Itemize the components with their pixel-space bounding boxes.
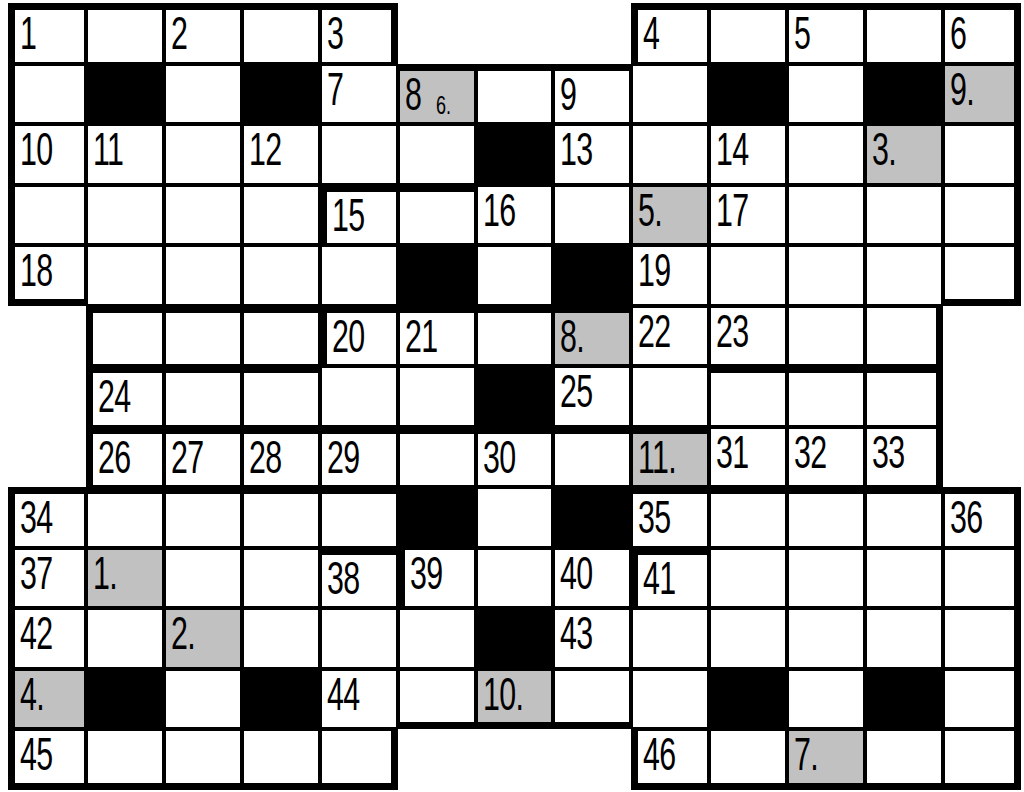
cell-r6c11[interactable]: [787, 306, 865, 367]
cell-r3c9[interactable]: [631, 124, 709, 185]
clue-number: 13: [560, 126, 592, 172]
cell-r9c4[interactable]: [242, 487, 320, 548]
cell-r13c3[interactable]: [164, 729, 242, 790]
cell-r6c8[interactable]: 8.: [553, 306, 631, 367]
cell-r4c2[interactable]: [86, 185, 164, 246]
cell-r9c1[interactable]: 34: [8, 487, 86, 548]
cell-r4c5[interactable]: 15: [320, 185, 398, 246]
cell-r2c8[interactable]: 9: [553, 64, 631, 125]
cell-r13c12[interactable]: [865, 729, 943, 790]
cell-r4c11[interactable]: [787, 185, 865, 246]
clue-number: 12: [249, 126, 281, 172]
cell-r6c10[interactable]: 23: [709, 306, 787, 367]
cell-r13c7: [476, 729, 554, 790]
cell-r11c10[interactable]: [709, 608, 787, 669]
cell-r10c7[interactable]: [476, 548, 554, 609]
cell-r1c3[interactable]: 2: [164, 3, 242, 64]
cell-r1c2[interactable]: [86, 3, 164, 64]
cell-r3c1[interactable]: 10: [8, 124, 86, 185]
cell-r13c8: [553, 729, 631, 790]
cell-r11c4[interactable]: [242, 608, 320, 669]
cell-r11c6[interactable]: [398, 608, 476, 669]
cell-r8c3[interactable]: 27: [164, 427, 242, 488]
cell-r5c13[interactable]: [943, 245, 1021, 306]
cell-r7c8[interactable]: 25: [553, 366, 631, 427]
cell-r6c9[interactable]: 22: [631, 306, 709, 367]
cell-r6c2[interactable]: [86, 306, 164, 367]
cell-r5c3[interactable]: [164, 245, 242, 306]
cell-r9c2[interactable]: [86, 487, 164, 548]
cell-r9c13[interactable]: 36: [943, 487, 1021, 548]
clue-number: 32: [794, 429, 826, 475]
clue-number: 34: [20, 494, 52, 540]
cell-r13c5[interactable]: [320, 729, 398, 790]
cell-r11c5[interactable]: [320, 608, 398, 669]
solution-cell-label: 2.: [171, 610, 195, 656]
cell-r4c12[interactable]: [865, 185, 943, 246]
clue-number: 45: [20, 731, 52, 777]
cell-r13c13[interactable]: [943, 729, 1021, 790]
cell-r4c9[interactable]: 5.: [631, 185, 709, 246]
cell-r7c11[interactable]: [787, 366, 865, 427]
cell-r1c5[interactable]: 3: [320, 3, 398, 64]
cell-r8c10[interactable]: 31: [709, 427, 787, 488]
cell-r3c12[interactable]: 3.: [865, 124, 943, 185]
cell-r1c1[interactable]: 1: [8, 3, 86, 64]
cell-r7c2[interactable]: 24: [86, 366, 164, 427]
cell-r2c7[interactable]: [476, 64, 554, 125]
clue-number: 7: [327, 66, 343, 112]
cell-r10c2[interactable]: 1.: [86, 548, 164, 609]
clue-number: 2: [171, 10, 187, 56]
cell-r2c13[interactable]: 9.: [943, 64, 1021, 125]
clue-number: 17: [716, 187, 748, 233]
cell-r2c2: [86, 64, 164, 125]
cell-r2c10: [709, 64, 787, 125]
cell-r7c5[interactable]: [320, 366, 398, 427]
cell-r2c1[interactable]: [8, 64, 86, 125]
cell-r9c5[interactable]: [320, 487, 398, 548]
cell-r3c6[interactable]: [398, 124, 476, 185]
cell-r12c8[interactable]: [553, 669, 631, 730]
cell-r9c8: [553, 487, 631, 548]
cell-r5c10[interactable]: [709, 245, 787, 306]
cell-r10c13[interactable]: [943, 548, 1021, 609]
clue-number: 23: [716, 308, 748, 354]
cell-r13c6: [398, 729, 476, 790]
cell-r11c2[interactable]: [86, 608, 164, 669]
cell-r3c11[interactable]: [787, 124, 865, 185]
cell-r10c9[interactable]: 41: [631, 548, 709, 609]
cell-r13c11[interactable]: 7.: [787, 729, 865, 790]
clue-number: 22: [638, 308, 670, 354]
cell-r3c10[interactable]: 14: [709, 124, 787, 185]
solution-cell-label: 5.: [638, 187, 662, 233]
cell-r6c1: [8, 306, 86, 367]
clue-number: 5: [794, 10, 810, 56]
cell-r3c13[interactable]: [943, 124, 1021, 185]
cell-r12c5[interactable]: 44: [320, 669, 398, 730]
clue-number: 8: [405, 71, 421, 117]
cell-r6c4[interactable]: [242, 306, 320, 367]
cell-r8c5[interactable]: 29: [320, 427, 398, 488]
clue-number: 33: [872, 429, 904, 475]
cell-r2c3[interactable]: [164, 64, 242, 125]
cell-r10c5[interactable]: 38: [320, 548, 398, 609]
cell-r12c12: [865, 669, 943, 730]
cell-r9c9[interactable]: 35: [631, 487, 709, 548]
solution-cell-label: 8.: [560, 313, 584, 359]
clue-number: 10: [20, 126, 52, 172]
cell-r7c9[interactable]: [631, 366, 709, 427]
cell-r8c8[interactable]: [553, 427, 631, 488]
clue-number: 4: [643, 10, 659, 56]
cell-r4c4[interactable]: [242, 185, 320, 246]
solution-cell-label: 11.: [638, 434, 676, 480]
clue-number: 9: [560, 71, 576, 117]
clue-number: 40: [560, 550, 592, 596]
cell-r5c5[interactable]: [320, 245, 398, 306]
cell-r3c7: [476, 124, 554, 185]
cell-r3c4[interactable]: 12: [242, 124, 320, 185]
cell-r5c11[interactable]: [787, 245, 865, 306]
cell-r13c2[interactable]: [86, 729, 164, 790]
cell-r7c10[interactable]: [709, 366, 787, 427]
cell-r3c8[interactable]: 13: [553, 124, 631, 185]
cell-r12c10: [709, 669, 787, 730]
cell-r6c13: [943, 306, 1021, 367]
cell-r6c5[interactable]: 20: [320, 306, 398, 367]
cell-r11c8[interactable]: 43: [553, 608, 631, 669]
clue-number: 19: [638, 247, 670, 293]
cell-r7c13: [943, 366, 1021, 427]
cell-r8c2[interactable]: 26: [86, 427, 164, 488]
clue-number: 26: [98, 434, 130, 480]
clue-number: 6: [950, 10, 966, 56]
cell-r10c6[interactable]: 39: [398, 548, 476, 609]
clue-number: 43: [560, 610, 592, 656]
cell-r9c7[interactable]: [476, 487, 554, 548]
cell-r9c6: [398, 487, 476, 548]
cell-r4c1[interactable]: [8, 185, 86, 246]
clue-number: 31: [716, 429, 748, 475]
cell-r4c8[interactable]: [553, 185, 631, 246]
cell-r5c12[interactable]: [865, 245, 943, 306]
cell-r5c6: [398, 245, 476, 306]
cell-r8c4[interactable]: 28: [242, 427, 320, 488]
cell-r13c10[interactable]: [709, 729, 787, 790]
clue-number: 3: [327, 10, 343, 56]
clue-number: 18: [20, 247, 52, 293]
cell-r2c12: [865, 64, 943, 125]
cell-r11c12[interactable]: [865, 608, 943, 669]
crossword-grid: 123456786.99.10111213143.15165.171819202…: [8, 3, 1021, 790]
clue-number: 27: [171, 434, 203, 480]
cell-r2c4: [242, 64, 320, 125]
solution-cell-label: 10.: [483, 671, 523, 717]
cell-r12c3[interactable]: [164, 669, 242, 730]
cell-r3c5[interactable]: [320, 124, 398, 185]
cell-r10c10[interactable]: [709, 548, 787, 609]
cell-r11c3[interactable]: 2.: [164, 608, 242, 669]
cell-r10c4[interactable]: [242, 548, 320, 609]
solution-cell-label: 6.: [436, 93, 451, 118]
cell-r8c7[interactable]: 30: [476, 427, 554, 488]
clue-number: 35: [638, 494, 670, 540]
cell-r7c6[interactable]: [398, 366, 476, 427]
cell-r4c10[interactable]: 17: [709, 185, 787, 246]
clue-number: 29: [327, 434, 359, 480]
cell-r1c9[interactable]: 4: [631, 3, 709, 64]
solution-cell-label: 3.: [872, 126, 896, 172]
cell-r12c1[interactable]: 4.: [8, 669, 86, 730]
cell-r1c10[interactable]: [709, 3, 787, 64]
solution-cell-label: 4.: [20, 671, 44, 717]
cell-r11c7: [476, 608, 554, 669]
clue-number: 15: [332, 192, 364, 238]
cell-r1c12[interactable]: [865, 3, 943, 64]
cell-r10c8[interactable]: 40: [553, 548, 631, 609]
cell-r6c3[interactable]: [164, 306, 242, 367]
cell-r12c6[interactable]: [398, 669, 476, 730]
cell-r10c1[interactable]: 37: [8, 548, 86, 609]
cell-r13c4[interactable]: [242, 729, 320, 790]
clue-number: 28: [249, 434, 281, 480]
cell-r4c3[interactable]: [164, 185, 242, 246]
crossword-page: 123456786.99.10111213143.15165.171819202…: [0, 0, 1024, 792]
cell-r2c5[interactable]: 7: [320, 64, 398, 125]
cell-r1c7: [476, 3, 554, 64]
clue-number: 30: [483, 434, 515, 480]
cell-r8c11[interactable]: 32: [787, 427, 865, 488]
cell-r1c11[interactable]: 5: [787, 3, 865, 64]
cell-r11c1[interactable]: 42: [8, 608, 86, 669]
cell-r13c1[interactable]: 45: [8, 729, 86, 790]
cell-r1c4[interactable]: [242, 3, 320, 64]
clue-number: 36: [950, 494, 982, 540]
clue-number: 14: [716, 126, 748, 172]
cell-r9c10[interactable]: [709, 487, 787, 548]
cell-r2c9[interactable]: [631, 64, 709, 125]
clue-number: 24: [98, 373, 130, 419]
cell-r10c12[interactable]: [865, 548, 943, 609]
cell-r12c7[interactable]: 10.: [476, 669, 554, 730]
cell-r4c13[interactable]: [943, 185, 1021, 246]
clue-number: 25: [560, 368, 592, 414]
cell-r2c11[interactable]: [787, 64, 865, 125]
cell-r5c1[interactable]: 18: [8, 245, 86, 306]
clue-number: 21: [405, 313, 437, 359]
cell-r5c8: [553, 245, 631, 306]
cell-r9c11[interactable]: [787, 487, 865, 548]
clue-number: 1: [20, 10, 36, 56]
cell-r6c6[interactable]: 21: [398, 306, 476, 367]
clue-number: 11: [93, 126, 123, 172]
cell-r9c12[interactable]: [865, 487, 943, 548]
cell-r8c1: [8, 427, 86, 488]
cell-r5c2[interactable]: [86, 245, 164, 306]
cell-r7c1: [8, 366, 86, 427]
clue-number: 39: [410, 550, 442, 596]
clue-number: 41: [643, 555, 675, 601]
solution-cell-label: 9.: [950, 66, 974, 112]
clue-number: 46: [643, 731, 675, 777]
cell-r8c12[interactable]: 33: [865, 427, 943, 488]
cell-r12c13[interactable]: [943, 669, 1021, 730]
cell-r7c12[interactable]: [865, 366, 943, 427]
cell-r7c3[interactable]: [164, 366, 242, 427]
solution-cell-label: 1.: [93, 550, 117, 596]
cell-r2c6[interactable]: 86.: [398, 64, 476, 125]
cell-r12c4: [242, 669, 320, 730]
cell-r7c7: [476, 366, 554, 427]
clue-number: 44: [327, 671, 359, 717]
cell-r1c13[interactable]: 6: [943, 3, 1021, 64]
cell-r1c8: [553, 3, 631, 64]
cell-r3c3[interactable]: [164, 124, 242, 185]
cell-r4c6[interactable]: [398, 185, 476, 246]
clue-number: 16: [483, 187, 515, 233]
cell-r9c3[interactable]: [164, 487, 242, 548]
cell-r12c11[interactable]: [787, 669, 865, 730]
cell-r8c6[interactable]: [398, 427, 476, 488]
cell-r5c9[interactable]: 19: [631, 245, 709, 306]
cell-r10c3[interactable]: [164, 548, 242, 609]
solution-cell-label: 7.: [794, 731, 818, 777]
cell-r6c12[interactable]: [865, 306, 943, 367]
cell-r8c9[interactable]: 11.: [631, 427, 709, 488]
cell-r1c6: [398, 3, 476, 64]
cell-r8c13: [943, 427, 1021, 488]
cell-r12c9[interactable]: [631, 669, 709, 730]
cell-r13c9[interactable]: 46: [631, 729, 709, 790]
cell-r11c9[interactable]: [631, 608, 709, 669]
cell-r5c7[interactable]: [476, 245, 554, 306]
cell-r6c7[interactable]: [476, 306, 554, 367]
cell-r12c2: [86, 669, 164, 730]
cell-r5c4[interactable]: [242, 245, 320, 306]
cell-r11c13[interactable]: [943, 608, 1021, 669]
cell-r10c11[interactable]: [787, 548, 865, 609]
clue-number: 38: [327, 555, 359, 601]
clue-number: 37: [20, 550, 52, 596]
clue-number: 20: [332, 313, 364, 359]
cell-r7c4[interactable]: [242, 366, 320, 427]
clue-number: 42: [20, 610, 52, 656]
cell-r11c11[interactable]: [787, 608, 865, 669]
cell-r4c7[interactable]: 16: [476, 185, 554, 246]
cell-r3c2[interactable]: 11: [86, 124, 164, 185]
